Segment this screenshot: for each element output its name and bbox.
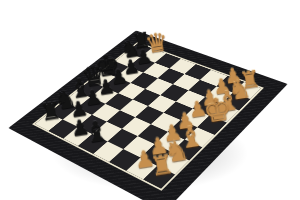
product-photo-stage: ♜♞♝♛♚♞♜♟♟♟♟♟♟♛♟♝♟♟♟♟♟♟♟♟♜♞♝♚♝♞♜	[0, 0, 300, 200]
piece-black-rook[interactable]: ♜	[39, 99, 63, 125]
piece-white-rook[interactable]: ♜	[148, 151, 175, 181]
piece-white-king[interactable]: ♚	[201, 93, 227, 128]
piece-black-bishop[interactable]: ♝	[82, 117, 107, 148]
board-tilt-wrapper: ♜♞♝♛♚♞♜♟♟♟♟♟♟♛♟♝♟♟♟♟♟♟♟♟♜♞♝♚♝♞♜	[34, 0, 263, 200]
board-playing-field[interactable]: ♜♞♝♛♚♞♜♟♟♟♟♟♟♛♟♝♟♟♟♟♟♟♟♟♜♞♝♚♝♞♜	[32, 42, 264, 191]
